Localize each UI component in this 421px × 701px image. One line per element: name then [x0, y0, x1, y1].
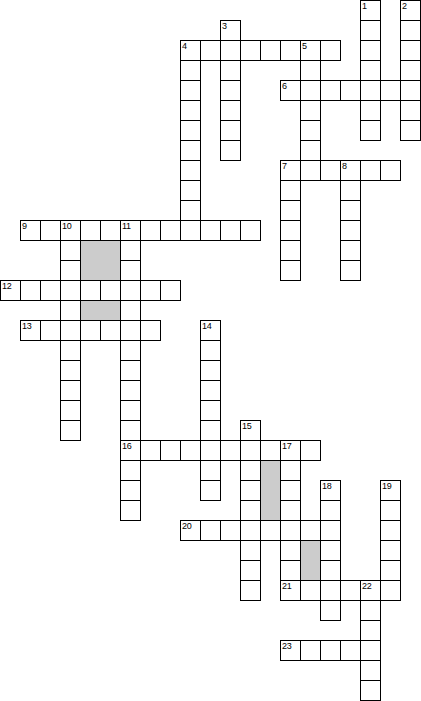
cell-r3c20[interactable] [400, 60, 421, 81]
cell-r11c2[interactable] [40, 220, 61, 241]
cell-r17c10[interactable] [200, 340, 221, 361]
cell-r1c20[interactable] [400, 20, 421, 41]
cell-r12c3[interactable] [60, 240, 81, 261]
cell-r22c6[interactable] [120, 440, 141, 461]
cell-r3c15[interactable] [300, 60, 321, 81]
cell-r2c10[interactable] [200, 40, 221, 61]
cell-r22c8[interactable] [160, 440, 181, 461]
cell-r13c17[interactable] [340, 260, 361, 281]
cell-r2c15[interactable] [300, 40, 321, 61]
cell-r11c1[interactable] [20, 220, 41, 241]
cell-r5c15[interactable] [300, 100, 321, 121]
cell-r32c18[interactable] [360, 640, 381, 661]
cell-r5c11[interactable] [220, 100, 241, 121]
cell-r25c14[interactable] [280, 500, 301, 521]
cell-r29c17[interactable] [340, 580, 361, 601]
cell-r4c19[interactable] [380, 80, 401, 101]
cell-r16c6[interactable] [120, 320, 141, 341]
cell-r8c9[interactable] [180, 160, 201, 181]
cell-r26c14[interactable] [280, 520, 301, 541]
cell-r4c11[interactable] [220, 80, 241, 101]
cell-r18c6[interactable] [120, 360, 141, 381]
cell-r26c15[interactable] [300, 520, 321, 541]
cell-r22c13[interactable] [260, 440, 281, 461]
shaded-block-r23c13 [260, 460, 281, 521]
shaded-block-r15c4 [80, 300, 121, 321]
cell-r6c9[interactable] [180, 120, 201, 141]
cell-r0c20[interactable] [400, 0, 421, 21]
cell-r14c7[interactable] [140, 280, 161, 301]
cell-r7c9[interactable] [180, 140, 201, 161]
cell-r11c14[interactable] [280, 220, 301, 241]
cell-r29c16[interactable] [320, 580, 341, 601]
cell-r2c9[interactable] [180, 40, 201, 61]
cell-r5c9[interactable] [180, 100, 201, 121]
cell-r28c12[interactable] [240, 560, 261, 581]
cell-r33c18[interactable] [360, 660, 381, 681]
cell-r26c9[interactable] [180, 520, 201, 541]
cell-r13c6[interactable] [120, 260, 141, 281]
cell-r29c19[interactable] [380, 580, 401, 601]
cell-r28c16[interactable] [320, 560, 341, 581]
cell-r22c12[interactable] [240, 440, 261, 461]
cell-r14c1[interactable] [20, 280, 41, 301]
shaded-block-r27c15 [300, 540, 321, 581]
cell-r26c12[interactable] [240, 520, 261, 541]
cell-r9c14[interactable] [280, 180, 301, 201]
cell-r4c17[interactable] [340, 80, 361, 101]
cell-r3c9[interactable] [180, 60, 201, 81]
cell-r24c6[interactable] [120, 480, 141, 501]
cell-r26c13[interactable] [260, 520, 281, 541]
cell-r2c13[interactable] [260, 40, 281, 61]
cell-r16c2[interactable] [40, 320, 61, 341]
cell-r8c16[interactable] [320, 160, 341, 181]
cell-r5c18[interactable] [360, 100, 381, 121]
cell-r4c9[interactable] [180, 80, 201, 101]
cell-r16c3[interactable] [60, 320, 81, 341]
cell-r27c14[interactable] [280, 540, 301, 561]
cell-r30c16[interactable] [320, 600, 341, 621]
cell-r16c10[interactable] [200, 320, 221, 341]
cell-r11c12[interactable] [240, 220, 261, 241]
cell-r22c15[interactable] [300, 440, 321, 461]
cell-r6c11[interactable] [220, 120, 241, 141]
cell-r32c14[interactable] [280, 640, 301, 661]
cell-r11c5[interactable] [100, 220, 121, 241]
cell-r26c10[interactable] [200, 520, 221, 541]
cell-r4c15[interactable] [300, 80, 321, 101]
cell-r8c15[interactable] [300, 160, 321, 181]
cell-r19c6[interactable] [120, 380, 141, 401]
cell-r7c15[interactable] [300, 140, 321, 161]
cell-r3c18[interactable] [360, 60, 381, 81]
cell-r8c19[interactable] [380, 160, 401, 181]
cell-r3c11[interactable] [220, 60, 241, 81]
cell-r18c3[interactable] [60, 360, 81, 381]
cell-r17c3[interactable] [60, 340, 81, 361]
cell-r6c15[interactable] [300, 120, 321, 141]
cell-r25c6[interactable] [120, 500, 141, 521]
cell-r12c17[interactable] [340, 240, 361, 261]
cell-r32c17[interactable] [340, 640, 361, 661]
cell-r2c20[interactable] [400, 40, 421, 61]
cell-r10c14[interactable] [280, 200, 301, 221]
cell-r9c17[interactable] [340, 180, 361, 201]
cell-r29c14[interactable] [280, 580, 301, 601]
cell-r12c14[interactable] [280, 240, 301, 261]
cell-r20c3[interactable] [60, 400, 81, 421]
cell-r21c10[interactable] [200, 420, 221, 441]
cell-r6c18[interactable] [360, 120, 381, 141]
cell-r6c20[interactable] [400, 120, 421, 141]
cell-r16c5[interactable] [100, 320, 121, 341]
cell-r23c6[interactable] [120, 460, 141, 481]
cell-r14c6[interactable] [120, 280, 141, 301]
cell-r21c12[interactable] [240, 420, 261, 441]
cell-r14c5[interactable] [100, 280, 121, 301]
cell-r10c17[interactable] [340, 200, 361, 221]
cell-r24c12[interactable] [240, 480, 261, 501]
cell-r22c10[interactable] [200, 440, 221, 461]
cell-r28c19[interactable] [380, 560, 401, 581]
cell-r0c18[interactable] [360, 0, 381, 21]
cell-r11c6[interactable] [120, 220, 141, 241]
cell-r10c9[interactable] [180, 200, 201, 221]
cell-r16c4[interactable] [80, 320, 101, 341]
cell-r17c6[interactable] [120, 340, 141, 361]
cell-r4c16[interactable] [320, 80, 341, 101]
cell-r25c12[interactable] [240, 500, 261, 521]
cell-r14c2[interactable] [40, 280, 61, 301]
cell-r14c0[interactable] [0, 280, 21, 301]
cell-r25c16[interactable] [320, 500, 341, 521]
cell-r8c14[interactable] [280, 160, 301, 181]
cell-r29c18[interactable] [360, 580, 381, 601]
cell-r21c6[interactable] [120, 420, 141, 441]
cell-r14c8[interactable] [160, 280, 181, 301]
cell-r22c9[interactable] [180, 440, 201, 461]
cell-r5c20[interactable] [400, 100, 421, 121]
cell-r22c14[interactable] [280, 440, 301, 461]
cell-r24c16[interactable] [320, 480, 341, 501]
cell-r29c15[interactable] [300, 580, 321, 601]
cell-r23c12[interactable] [240, 460, 261, 481]
cell-r32c16[interactable] [320, 640, 341, 661]
cell-r27c12[interactable] [240, 540, 261, 561]
cell-r22c11[interactable] [220, 440, 241, 461]
cell-r29c12[interactable] [240, 580, 261, 601]
cell-r31c18[interactable] [360, 620, 381, 641]
cell-r15c6[interactable] [120, 300, 141, 321]
cell-r27c19[interactable] [380, 540, 401, 561]
cell-r13c14[interactable] [280, 260, 301, 281]
cell-r12c6[interactable] [120, 240, 141, 261]
cell-r19c3[interactable] [60, 380, 81, 401]
cell-r20c10[interactable] [200, 400, 221, 421]
cell-r30c18[interactable] [360, 600, 381, 621]
cell-r15c3[interactable] [60, 300, 81, 321]
cell-r14c3[interactable] [60, 280, 81, 301]
cell-r1c18[interactable] [360, 20, 381, 41]
cell-r24c14[interactable] [280, 480, 301, 501]
cell-r1c11[interactable] [220, 20, 241, 41]
cell-r4c20[interactable] [400, 80, 421, 101]
cell-r34c18[interactable] [360, 680, 381, 701]
cell-r21c3[interactable] [60, 420, 81, 441]
cell-r26c19[interactable] [380, 520, 401, 541]
cell-r11c8[interactable] [160, 220, 181, 241]
cell-r28c14[interactable] [280, 560, 301, 581]
cell-r26c11[interactable] [220, 520, 241, 541]
cell-r11c3[interactable] [60, 220, 81, 241]
cell-r23c10[interactable] [200, 460, 221, 481]
cell-r25c19[interactable] [380, 500, 401, 521]
cell-r4c18[interactable] [360, 80, 381, 101]
cell-r32c15[interactable] [300, 640, 321, 661]
shaded-block-r12c4 [80, 240, 121, 281]
cell-r14c4[interactable] [80, 280, 101, 301]
cell-r11c17[interactable] [340, 220, 361, 241]
cell-r7c11[interactable] [220, 140, 241, 161]
cell-r8c17[interactable] [340, 160, 361, 181]
cell-r27c16[interactable] [320, 540, 341, 561]
cell-r20c6[interactable] [120, 400, 141, 421]
cell-r24c10[interactable] [200, 480, 221, 501]
cell-r9c9[interactable] [180, 180, 201, 201]
cell-r16c1[interactable] [20, 320, 41, 341]
cell-r13c3[interactable] [60, 260, 81, 281]
cell-r2c16[interactable] [320, 40, 341, 61]
cell-r26c16[interactable] [320, 520, 341, 541]
cell-r2c18[interactable] [360, 40, 381, 61]
cell-r2c12[interactable] [240, 40, 261, 61]
cell-r11c4[interactable] [80, 220, 101, 241]
cell-r11c7[interactable] [140, 220, 161, 241]
cell-r23c14[interactable] [280, 460, 301, 481]
cell-r8c18[interactable] [360, 160, 381, 181]
cell-r11c10[interactable] [200, 220, 221, 241]
cell-r2c14[interactable] [280, 40, 301, 61]
cell-r4c14[interactable] [280, 80, 301, 101]
cell-r19c10[interactable] [200, 380, 221, 401]
cell-r24c19[interactable] [380, 480, 401, 501]
cell-r18c10[interactable] [200, 360, 221, 381]
cell-r11c9[interactable] [180, 220, 201, 241]
cell-r22c7[interactable] [140, 440, 161, 461]
cell-r11c11[interactable] [220, 220, 241, 241]
crossword-board: 1234567891011121314151617181920212223 [0, 0, 421, 701]
cell-r16c7[interactable] [140, 320, 161, 341]
cell-r2c11[interactable] [220, 40, 241, 61]
